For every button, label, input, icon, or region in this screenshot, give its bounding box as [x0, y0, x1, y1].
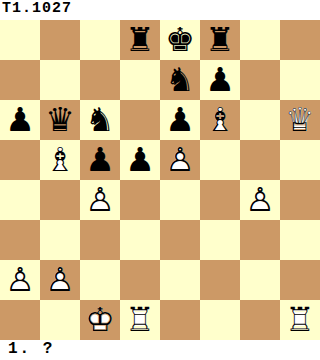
square-d3[interactable]	[120, 220, 160, 260]
square-g6[interactable]	[240, 100, 280, 140]
square-f7[interactable]: ♟	[200, 60, 240, 100]
black-pawn: ♟	[200, 60, 240, 100]
square-f8[interactable]: ♜	[200, 20, 240, 60]
square-d6[interactable]	[120, 100, 160, 140]
square-b7[interactable]	[40, 60, 80, 100]
white-bishop: ♝♗	[200, 100, 240, 140]
black-knight: ♞	[160, 60, 200, 100]
move-prompt-label: 1. ?	[0, 340, 320, 360]
white-king: ♚♔	[80, 300, 120, 340]
white-pawn: ♟♙	[80, 180, 120, 220]
square-g8[interactable]	[240, 20, 280, 60]
square-d5[interactable]: ♟	[120, 140, 160, 180]
square-f1[interactable]	[200, 300, 240, 340]
square-a3[interactable]	[0, 220, 40, 260]
square-b6[interactable]: ♛	[40, 100, 80, 140]
square-h3[interactable]	[280, 220, 320, 260]
square-e5[interactable]: ♟♙	[160, 140, 200, 180]
square-g2[interactable]	[240, 260, 280, 300]
square-a8[interactable]	[0, 20, 40, 60]
black-king: ♚	[160, 20, 200, 60]
square-e6[interactable]: ♟	[160, 100, 200, 140]
square-h5[interactable]	[280, 140, 320, 180]
square-b3[interactable]	[40, 220, 80, 260]
square-b5[interactable]: ♝♗	[40, 140, 80, 180]
square-f3[interactable]	[200, 220, 240, 260]
square-f5[interactable]	[200, 140, 240, 180]
square-b8[interactable]	[40, 20, 80, 60]
square-d7[interactable]	[120, 60, 160, 100]
black-rook: ♜	[200, 20, 240, 60]
square-a1[interactable]	[0, 300, 40, 340]
square-g1[interactable]	[240, 300, 280, 340]
black-knight: ♞	[80, 100, 120, 140]
square-c5[interactable]: ♟	[80, 140, 120, 180]
square-h4[interactable]	[280, 180, 320, 220]
square-a2[interactable]: ♟♙	[0, 260, 40, 300]
square-e8[interactable]: ♚	[160, 20, 200, 60]
black-pawn: ♟	[120, 140, 160, 180]
square-d4[interactable]	[120, 180, 160, 220]
square-h2[interactable]	[280, 260, 320, 300]
square-e4[interactable]	[160, 180, 200, 220]
square-b1[interactable]	[40, 300, 80, 340]
square-c6[interactable]: ♞	[80, 100, 120, 140]
white-pawn: ♟♙	[160, 140, 200, 180]
square-g4[interactable]: ♟♙	[240, 180, 280, 220]
black-pawn: ♟	[80, 140, 120, 180]
white-rook: ♜♖	[120, 300, 160, 340]
white-pawn: ♟♙	[240, 180, 280, 220]
square-b2[interactable]: ♟♙	[40, 260, 80, 300]
white-bishop: ♝♗	[40, 140, 80, 180]
square-g5[interactable]	[240, 140, 280, 180]
white-pawn: ♟♙	[40, 260, 80, 300]
square-g7[interactable]	[240, 60, 280, 100]
black-pawn: ♟	[160, 100, 200, 140]
black-queen: ♛	[40, 100, 80, 140]
square-b4[interactable]	[40, 180, 80, 220]
square-a6[interactable]: ♟	[0, 100, 40, 140]
square-e3[interactable]	[160, 220, 200, 260]
square-f2[interactable]	[200, 260, 240, 300]
puzzle-id-label: T1.1027	[0, 0, 320, 20]
square-a4[interactable]	[0, 180, 40, 220]
square-c8[interactable]	[80, 20, 120, 60]
square-f6[interactable]: ♝♗	[200, 100, 240, 140]
square-h8[interactable]	[280, 20, 320, 60]
square-c1[interactable]: ♚♔	[80, 300, 120, 340]
square-e1[interactable]	[160, 300, 200, 340]
square-c7[interactable]	[80, 60, 120, 100]
square-d2[interactable]	[120, 260, 160, 300]
square-c2[interactable]	[80, 260, 120, 300]
square-e2[interactable]	[160, 260, 200, 300]
white-queen: ♛♕	[280, 100, 320, 140]
black-pawn: ♟	[0, 100, 40, 140]
black-rook: ♜	[120, 20, 160, 60]
square-g3[interactable]	[240, 220, 280, 260]
chess-board: ♜♚♜♞♟♟♛♞♟♝♗♛♕♝♗♟♟♟♙♟♙♟♙♟♙♟♙♚♔♜♖♜♖	[0, 20, 320, 340]
square-h7[interactable]	[280, 60, 320, 100]
square-c3[interactable]	[80, 220, 120, 260]
square-h6[interactable]: ♛♕	[280, 100, 320, 140]
square-d8[interactable]: ♜	[120, 20, 160, 60]
square-a7[interactable]	[0, 60, 40, 100]
square-c4[interactable]: ♟♙	[80, 180, 120, 220]
square-a5[interactable]	[0, 140, 40, 180]
white-pawn: ♟♙	[0, 260, 40, 300]
ct-art-window: T1.1027 ♜♚♜♞♟♟♛♞♟♝♗♛♕♝♗♟♟♟♙♟♙♟♙♟♙♟♙♚♔♜♖♜…	[0, 0, 320, 360]
square-d1[interactable]: ♜♖	[120, 300, 160, 340]
square-f4[interactable]	[200, 180, 240, 220]
white-rook: ♜♖	[280, 300, 320, 340]
square-h1[interactable]: ♜♖	[280, 300, 320, 340]
square-e7[interactable]: ♞	[160, 60, 200, 100]
